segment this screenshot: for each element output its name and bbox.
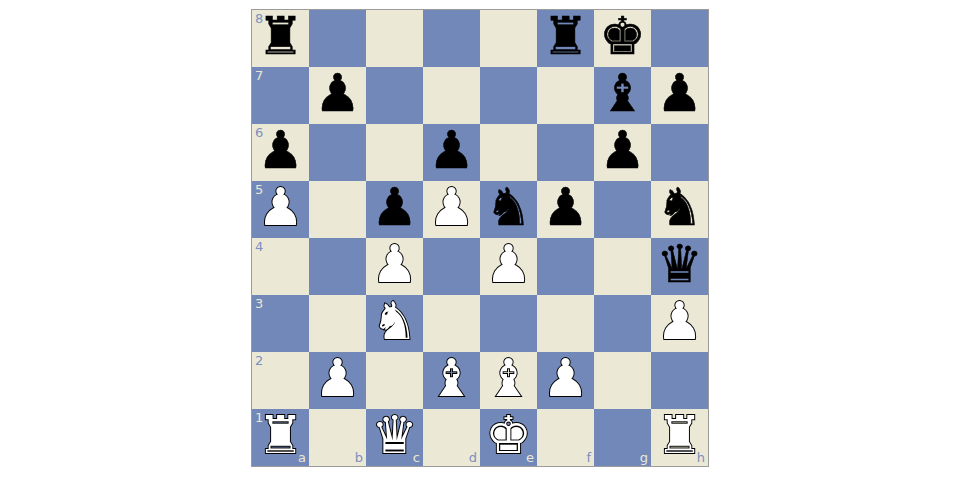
white-bishop-d2[interactable]: ♝ xyxy=(428,350,475,407)
white-pawn-f2[interactable]: ♟ xyxy=(542,350,589,407)
square-a1[interactable]: 1a♜ xyxy=(252,409,309,466)
square-c5[interactable]: ♟ xyxy=(366,181,423,238)
black-pawn-a6[interactable]: ♟ xyxy=(257,122,304,179)
square-d8[interactable] xyxy=(423,10,480,67)
white-king-e1[interactable]: ♚ xyxy=(485,407,532,464)
square-g5[interactable] xyxy=(594,181,651,238)
square-f1[interactable]: f xyxy=(537,409,594,466)
square-d1[interactable]: d xyxy=(423,409,480,466)
square-g2[interactable] xyxy=(594,352,651,409)
square-g3[interactable] xyxy=(594,295,651,352)
square-h7[interactable]: ♟ xyxy=(651,67,708,124)
square-a3[interactable]: 3 xyxy=(252,295,309,352)
square-f6[interactable] xyxy=(537,124,594,181)
square-b6[interactable] xyxy=(309,124,366,181)
file-label-d: d xyxy=(469,451,477,464)
black-pawn-d6[interactable]: ♟ xyxy=(428,122,475,179)
black-rook-f8[interactable]: ♜ xyxy=(542,8,589,65)
white-bishop-e2[interactable]: ♝ xyxy=(485,350,532,407)
square-c6[interactable] xyxy=(366,124,423,181)
square-a4[interactable]: 4 xyxy=(252,238,309,295)
square-h8[interactable] xyxy=(651,10,708,67)
rank-label-2: 2 xyxy=(255,354,263,367)
black-pawn-b7[interactable]: ♟ xyxy=(314,65,361,122)
square-f5[interactable]: ♟ xyxy=(537,181,594,238)
square-h6[interactable] xyxy=(651,124,708,181)
square-f4[interactable] xyxy=(537,238,594,295)
square-e7[interactable] xyxy=(480,67,537,124)
black-rook-a8[interactable]: ♜ xyxy=(257,8,304,65)
white-knight-c3[interactable]: ♞ xyxy=(371,293,418,350)
file-label-g: g xyxy=(640,451,648,464)
white-pawn-h3[interactable]: ♟ xyxy=(656,293,703,350)
square-h1[interactable]: h♜ xyxy=(651,409,708,466)
black-knight-e5[interactable]: ♞ xyxy=(485,179,532,236)
square-c4[interactable]: ♟ xyxy=(366,238,423,295)
black-pawn-h7[interactable]: ♟ xyxy=(656,65,703,122)
square-c3[interactable]: ♞ xyxy=(366,295,423,352)
square-g6[interactable]: ♟ xyxy=(594,124,651,181)
square-a2[interactable]: 2 xyxy=(252,352,309,409)
square-h3[interactable]: ♟ xyxy=(651,295,708,352)
square-f2[interactable]: ♟ xyxy=(537,352,594,409)
page: 8♜♜♚7♟♝♟6♟♟♟5♟♟♟♞♟♞4♟♟♛3♞♟2♟♝♝♟1a♜bc♛de♚… xyxy=(0,0,960,480)
square-g8[interactable]: ♚ xyxy=(594,10,651,67)
black-pawn-g6[interactable]: ♟ xyxy=(599,122,646,179)
chess-board: 8♜♜♚7♟♝♟6♟♟♟5♟♟♟♞♟♞4♟♟♛3♞♟2♟♝♝♟1a♜bc♛de♚… xyxy=(251,9,709,467)
square-b5[interactable] xyxy=(309,181,366,238)
white-queen-c1[interactable]: ♛ xyxy=(371,407,418,464)
square-a6[interactable]: 6♟ xyxy=(252,124,309,181)
black-pawn-c5[interactable]: ♟ xyxy=(371,179,418,236)
square-b3[interactable] xyxy=(309,295,366,352)
square-g7[interactable]: ♝ xyxy=(594,67,651,124)
square-f8[interactable]: ♜ xyxy=(537,10,594,67)
square-b4[interactable] xyxy=(309,238,366,295)
square-b2[interactable]: ♟ xyxy=(309,352,366,409)
black-king-g8[interactable]: ♚ xyxy=(599,8,646,65)
square-b1[interactable]: b xyxy=(309,409,366,466)
square-g1[interactable]: g xyxy=(594,409,651,466)
white-rook-a1[interactable]: ♜ xyxy=(257,407,304,464)
square-b8[interactable] xyxy=(309,10,366,67)
square-e5[interactable]: ♞ xyxy=(480,181,537,238)
square-h5[interactable]: ♞ xyxy=(651,181,708,238)
file-label-b: b xyxy=(355,451,363,464)
square-b7[interactable]: ♟ xyxy=(309,67,366,124)
square-d2[interactable]: ♝ xyxy=(423,352,480,409)
square-c1[interactable]: c♛ xyxy=(366,409,423,466)
square-e1[interactable]: e♚ xyxy=(480,409,537,466)
square-d5[interactable]: ♟ xyxy=(423,181,480,238)
square-e8[interactable] xyxy=(480,10,537,67)
square-d3[interactable] xyxy=(423,295,480,352)
square-h4[interactable]: ♛ xyxy=(651,238,708,295)
square-e6[interactable] xyxy=(480,124,537,181)
square-a5[interactable]: 5♟ xyxy=(252,181,309,238)
square-f3[interactable] xyxy=(537,295,594,352)
white-pawn-b2[interactable]: ♟ xyxy=(314,350,361,407)
square-e4[interactable]: ♟ xyxy=(480,238,537,295)
white-pawn-d5[interactable]: ♟ xyxy=(428,179,475,236)
black-pawn-f5[interactable]: ♟ xyxy=(542,179,589,236)
square-f7[interactable] xyxy=(537,67,594,124)
square-c2[interactable] xyxy=(366,352,423,409)
square-d7[interactable] xyxy=(423,67,480,124)
file-label-f: f xyxy=(586,451,591,464)
rank-label-4: 4 xyxy=(255,240,263,253)
square-g4[interactable] xyxy=(594,238,651,295)
black-bishop-g7[interactable]: ♝ xyxy=(599,65,646,122)
white-pawn-c4[interactable]: ♟ xyxy=(371,236,418,293)
square-h2[interactable] xyxy=(651,352,708,409)
square-a7[interactable]: 7 xyxy=(252,67,309,124)
rank-label-7: 7 xyxy=(255,69,263,82)
square-e2[interactable]: ♝ xyxy=(480,352,537,409)
black-queen-h4[interactable]: ♛ xyxy=(656,236,703,293)
white-pawn-e4[interactable]: ♟ xyxy=(485,236,532,293)
square-c8[interactable] xyxy=(366,10,423,67)
black-knight-h5[interactable]: ♞ xyxy=(656,179,703,236)
square-d4[interactable] xyxy=(423,238,480,295)
square-d6[interactable]: ♟ xyxy=(423,124,480,181)
rank-label-3: 3 xyxy=(255,297,263,310)
square-c7[interactable] xyxy=(366,67,423,124)
white-rook-h1[interactable]: ♜ xyxy=(656,407,703,464)
square-e3[interactable] xyxy=(480,295,537,352)
white-pawn-a5[interactable]: ♟ xyxy=(257,179,304,236)
square-a8[interactable]: 8♜ xyxy=(252,10,309,67)
